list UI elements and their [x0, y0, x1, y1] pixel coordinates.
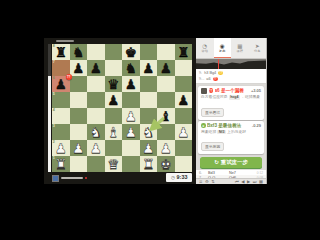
square-a1[interactable]: 1♜ — [52, 156, 70, 172]
current-line-rows: 9. h3 Bg4 !? 9... a6 ?? — [196, 69, 266, 84]
game-review-panel: ◔ 评估 ◉ 复盘 ▦ 课程 ➤ 分享 — [196, 38, 267, 184]
piece-wb-d3[interactable]: ♝ — [107, 124, 119, 140]
square-c3[interactable]: ♞ — [87, 124, 105, 140]
review-tab-bar: ◔ 评估 ◉ 复盘 ▦ 课程 ➤ 分享 — [196, 38, 266, 59]
piece-wp-a2[interactable]: ♟ — [55, 140, 67, 156]
evaluation-bar-white-portion — [48, 76, 51, 172]
square-g5[interactable] — [157, 92, 175, 108]
piece-bp-g7[interactable]: ♟ — [160, 60, 172, 76]
clock-icon: ◷ — [171, 175, 176, 180]
piece-wp-b2[interactable]: ♟ — [72, 140, 84, 156]
prev-move-icon[interactable]: ◀ — [241, 179, 244, 185]
square-a2[interactable]: 2♟ — [52, 140, 70, 156]
piece-wn-f3[interactable]: ♞ — [142, 124, 154, 140]
player-clock: ◷ 9:33 — [166, 173, 192, 182]
square-e6[interactable]: ♟ — [122, 76, 140, 92]
best-move-icon: ★ — [201, 123, 206, 128]
square-g3[interactable] — [157, 124, 175, 140]
square-b2[interactable]: ♟ — [70, 140, 88, 156]
rank-label-6: 6 — [53, 76, 55, 80]
square-h1[interactable] — [175, 156, 193, 172]
piece-bp-a6[interactable]: ♟ — [55, 76, 67, 92]
square-d2[interactable] — [105, 140, 123, 156]
square-g2[interactable]: ♟ — [157, 140, 175, 156]
evaluation-graph[interactable] — [196, 59, 266, 69]
piece-bp-d5[interactable]: ♟ — [107, 92, 119, 108]
square-h5[interactable]: ♟ — [175, 92, 193, 108]
square-d8[interactable] — [105, 44, 123, 60]
square-b1[interactable] — [70, 156, 88, 172]
piece-bp-b7[interactable]: ♟ — [72, 60, 84, 76]
video-content-area: 8♜♞♚♜7♟♟♞♟♟6♟??♛♟5♟♟4♟♝3♞♝♟♞♟2♟♟♟♟♟1♜♛♜♚… — [44, 38, 266, 184]
square-a6[interactable]: 6♟?? — [52, 76, 70, 92]
square-f8[interactable] — [140, 44, 158, 60]
square-e8[interactable]: ♚ — [122, 44, 140, 60]
square-c7[interactable]: ♟ — [87, 60, 105, 76]
move-chip[interactable]: hxg4 — [229, 95, 240, 100]
flip-board-icon[interactable]: ⇅ — [211, 179, 215, 185]
piece-wp-e3[interactable]: ♟ — [125, 124, 137, 140]
move-text[interactable]: Bd3 — [208, 171, 215, 175]
share-icon: ➤ — [255, 43, 260, 49]
square-d4[interactable] — [105, 108, 123, 124]
card-description: 用象吃掉 Nf3 上的马更好 — [201, 130, 261, 135]
retry-icon: ↻ — [214, 159, 219, 165]
square-g7[interactable]: ♟ — [157, 60, 175, 76]
retry-move-button[interactable]: ↻ 重试这一步 — [200, 157, 262, 168]
flag-icon — [85, 177, 87, 179]
piece-br-h8[interactable]: ♜ — [177, 44, 189, 60]
piece-bn-b8[interactable]: ♞ — [72, 44, 84, 60]
rank-label-7: 7 — [53, 60, 55, 64]
square-e7[interactable]: ♞ — [122, 60, 140, 76]
square-h6[interactable] — [175, 76, 193, 92]
square-c6[interactable] — [87, 76, 105, 92]
square-e2[interactable] — [122, 140, 140, 156]
square-e4[interactable]: ♟ — [122, 108, 140, 124]
move-time: 0:12 — [257, 171, 263, 175]
next-move-icon[interactable]: ▶ — [247, 179, 250, 185]
move-chip[interactable]: Nf3 — [217, 130, 226, 135]
show-reason-button[interactable]: 显示原因 — [201, 142, 224, 151]
bottom-player-name — [61, 177, 83, 180]
square-g4[interactable]: ♝ — [157, 108, 175, 124]
piece-wp-f2[interactable]: ♟ — [142, 140, 154, 156]
square-b7[interactable]: ♟ — [70, 60, 88, 76]
square-d6[interactable]: ♛ — [105, 76, 123, 92]
card-title: Bxf3 是最佳着法 — [207, 123, 250, 128]
move-text[interactable]: Ne7 — [229, 171, 236, 175]
blunder-icon: ?? — [209, 88, 214, 93]
move-class-badge: ?? — [213, 77, 218, 82]
line-moves: h3 Bg4 — [204, 71, 216, 75]
piece-wp-g2[interactable]: ♟ — [160, 140, 172, 156]
board-options-icon[interactable]: ▦ — [259, 179, 263, 185]
settings-icon[interactable]: ⚙ — [205, 179, 209, 185]
lessons-icon: ▦ — [237, 43, 242, 49]
piece-wp-h3[interactable]: ♟ — [177, 124, 189, 140]
rank-label-2: 2 — [53, 140, 55, 144]
clock-time: 9:33 — [177, 174, 188, 180]
square-f1[interactable]: ♜ — [140, 156, 158, 172]
piece-wr-f1[interactable]: ♜ — [142, 156, 154, 172]
square-e5[interactable] — [122, 92, 140, 108]
square-h3[interactable]: ♟ — [175, 124, 193, 140]
square-a5[interactable]: 5 — [52, 92, 70, 108]
avatar — [52, 175, 59, 182]
piece-wr-a1[interactable]: ♜ — [55, 156, 67, 172]
square-h7[interactable] — [175, 60, 193, 76]
bottom-player-bar: ◷ 9:33 — [52, 173, 192, 183]
tab-share[interactable]: ➤ 分享 — [249, 38, 267, 58]
square-c8[interactable] — [87, 44, 105, 60]
square-g8[interactable] — [157, 44, 175, 60]
square-c5[interactable] — [87, 92, 105, 108]
square-f5[interactable] — [140, 92, 158, 108]
square-f2[interactable]: ♟ — [140, 140, 158, 156]
review-icon: ◉ — [220, 43, 225, 49]
piece-bk-e8[interactable]: ♚ — [125, 44, 137, 60]
rank-label-8: 8 — [53, 44, 55, 48]
tab-lessons[interactable]: ▦ 课程 — [231, 38, 249, 58]
piece-wq-d1[interactable]: ♛ — [107, 156, 119, 172]
evaluation-graph-area — [196, 59, 266, 69]
rank-label-3: 3 — [53, 124, 55, 128]
piece-wk-g1[interactable]: ♚ — [160, 156, 172, 172]
piece-wp-e4[interactable]: ♟ — [125, 108, 137, 124]
coach-card-mistake: ?? a6 是一个漏着 +3.05 白方最佳应对是 hxg4 ，吃掉黑象 显示着… — [198, 86, 264, 120]
square-h2[interactable] — [175, 140, 193, 156]
rank-label-1: 1 — [53, 156, 55, 160]
square-a4[interactable]: 4 — [52, 108, 70, 124]
square-f3[interactable]: ♞ — [140, 124, 158, 140]
piece-bp-c7[interactable]: ♟ — [90, 60, 102, 76]
square-e1[interactable] — [122, 156, 140, 172]
square-b6[interactable] — [70, 76, 88, 92]
square-d3[interactable]: ♝ — [105, 124, 123, 140]
piece-wn-c3[interactable]: ♞ — [90, 124, 102, 140]
square-a3[interactable]: 3 — [52, 124, 70, 140]
card-eval: +3.05 — [251, 88, 261, 93]
piece-bp-e6[interactable]: ♟ — [125, 76, 137, 92]
card-eval: -0.29 — [252, 123, 261, 128]
square-f7[interactable]: ♟ — [140, 60, 158, 76]
move-number: 6. — [199, 171, 208, 175]
square-h4[interactable] — [175, 108, 193, 124]
coach-card-best: ★ Bxf3 是最佳着法 -0.29 用象吃掉 Nf3 上的马更好 显示原因 — [198, 121, 264, 154]
piece-br-a8[interactable]: ♜ — [55, 44, 67, 60]
piece-bb-g4[interactable]: ♝ — [160, 108, 172, 124]
square-g1[interactable]: ♚ — [157, 156, 175, 172]
square-e3[interactable]: ♟ — [122, 124, 140, 140]
menu-icon[interactable]: ≡ — [199, 179, 203, 185]
square-f6[interactable] — [140, 76, 158, 92]
piece-bn-e7[interactable]: ♞ — [125, 60, 137, 76]
piece-bp-f7[interactable]: ♟ — [142, 60, 154, 76]
line-moves: a6 — [206, 77, 210, 81]
move-class-badge: !? — [218, 71, 223, 76]
piece-bp-h5[interactable]: ♟ — [177, 92, 189, 108]
first-move-icon[interactable]: ⏮ — [235, 179, 239, 185]
square-b5[interactable] — [70, 92, 88, 108]
card-title: a6 是一个漏着 — [215, 88, 250, 93]
chess-board[interactable]: 8♜♞♚♜7♟♟♞♟♟6♟??♛♟5♟♟4♟♝3♞♝♟♞♟2♟♟♟♟♟1♜♛♜♚ — [52, 44, 192, 172]
square-d7[interactable] — [105, 60, 123, 76]
blunder-badge: ?? — [66, 74, 72, 80]
square-g6[interactable] — [157, 76, 175, 92]
rank-label-4: 4 — [53, 108, 55, 112]
rank-label-5: 5 — [53, 92, 55, 96]
square-f4[interactable] — [140, 108, 158, 124]
square-c2[interactable]: ♟ — [87, 140, 105, 156]
square-b8[interactable]: ♞ — [70, 44, 88, 60]
piece-bq-d6[interactable]: ♛ — [107, 76, 119, 92]
move-cell-w[interactable]: Bd3 — [208, 171, 229, 175]
square-a8[interactable]: 8♜ — [52, 44, 70, 60]
show-moves-button[interactable]: 显示着法 — [201, 108, 224, 117]
top-player-name — [56, 40, 74, 43]
graph-move-marker — [218, 59, 219, 69]
last-move-icon[interactable]: ⏭ — [253, 179, 257, 185]
tab-evaluation[interactable]: ◔ 评估 — [196, 38, 214, 58]
piece-wp-c2[interactable]: ♟ — [90, 140, 102, 156]
tab-review[interactable]: ◉ 复盘 — [214, 38, 232, 58]
move-cell-b[interactable]: Ne7 — [229, 171, 250, 175]
square-d5[interactable]: ♟ — [105, 92, 123, 108]
square-b3[interactable] — [70, 124, 88, 140]
square-h8[interactable]: ♜ — [175, 44, 193, 60]
square-b4[interactable] — [70, 108, 88, 124]
square-c4[interactable] — [87, 108, 105, 124]
evaluation-bar — [48, 44, 51, 172]
coach-avatar — [201, 88, 207, 94]
evaluation-icon: ◔ — [202, 43, 207, 49]
line-row[interactable]: 9... a6 ?? — [199, 76, 263, 82]
card-description: 白方最佳应对是 hxg4 ，吃掉黑象 — [201, 95, 261, 100]
square-d1[interactable]: ♛ — [105, 156, 123, 172]
playback-toolbar: ≡⚙⇅ ⏮◀▶⏭▦ — [196, 178, 266, 184]
square-c1[interactable] — [87, 156, 105, 172]
